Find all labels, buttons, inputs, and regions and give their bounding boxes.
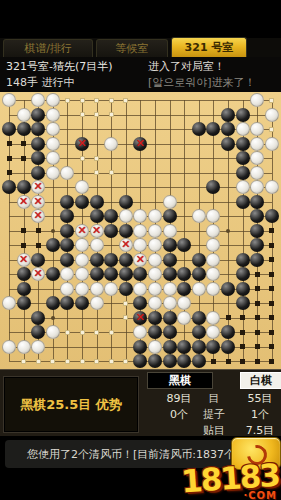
black-territory-marker [255,330,260,335]
black-territory-marker [21,243,26,248]
move-status: 148手 进行中 [6,75,75,90]
logo-com-text: ·COM [243,490,277,500]
black-territory-marker [21,156,26,161]
score-row-labels: 目 提子 贴目 [196,391,232,439]
black-stone [163,238,177,252]
black-stone [221,108,235,122]
white-stone [133,238,147,252]
black-stone [177,354,191,368]
tab-bar: 棋谱/排行 等候室 321 号室 [0,38,281,58]
white-stone [148,224,162,238]
black-stone [17,122,31,136]
white-stone [31,340,45,354]
white-stone [236,180,250,194]
black-stone [236,195,250,209]
black-territory-marker [255,315,260,320]
black-stone [31,108,45,122]
white-territory-marker [109,330,114,335]
black-territory-marker [255,272,260,277]
white-stone [250,151,264,165]
black-stone [221,137,235,151]
black-stone [177,340,191,354]
white-stone [60,166,74,180]
white-territory-marker [123,315,128,320]
white-stone [236,122,250,136]
white-territory-marker [109,359,114,364]
white-territory-marker [269,127,274,132]
white-territory-marker [94,359,99,364]
white-stone [250,166,264,180]
white-stone [46,122,60,136]
black-stone [60,195,74,209]
black-stone [221,325,235,339]
game-info-bar: 321号室-猜先(7目半) 148手 进行中 进入了对局室！ [알으로워야]进来… [0,57,281,92]
white-territory-marker [36,359,41,364]
black-stone [236,282,250,296]
white-stone [133,282,147,296]
white-territory-marker [123,301,128,306]
black-stone [206,340,220,354]
black-stone [236,253,250,267]
white-territory-marker [123,98,128,103]
white-stone [265,180,279,194]
black-stone [104,209,118,223]
black-stone [163,311,177,325]
white-territory-marker [109,170,114,175]
black-stone [60,296,74,310]
white-stone [75,180,89,194]
white-stone [206,282,220,296]
black-stone [119,253,133,267]
black-stone [2,122,16,136]
white-stone [60,267,74,281]
white-territory-marker [80,112,85,117]
white-stone [148,267,162,281]
hoshi-point [226,229,230,233]
white-stone [104,137,118,151]
black-stone [17,296,31,310]
black-territory-marker [255,301,260,306]
black-territory-marker [269,301,274,306]
black-stone [148,325,162,339]
white-stone [206,267,220,281]
white-territory-marker [80,98,85,103]
dead-stone-mark: ✕ [75,137,89,151]
black-header-pill: 黑棋 [147,372,213,389]
black-stone [177,238,191,252]
black-stone [236,151,250,165]
black-territory-marker [269,359,274,364]
white-stone [46,93,60,107]
event-log-line2: [알으로워야]进来了！ [148,75,256,90]
score-panel: 黑棋25.5目 优势 黑棋 白棋 89目 0个 目 提子 贴目 55目 1个 7… [0,369,281,437]
black-stone [236,108,250,122]
white-stone [46,325,60,339]
black-stone [133,340,147,354]
black-territory-marker [269,243,274,248]
white-stone [265,108,279,122]
black-stone [75,195,89,209]
black-stone [90,209,104,223]
black-stone [119,282,133,296]
black-stone [177,267,191,281]
white-stone [60,282,74,296]
tab-kifu-ranking[interactable]: 棋谱/排行 [3,39,93,57]
white-stone [163,195,177,209]
white-territory-marker [94,170,99,175]
black-stone [192,311,206,325]
white-territory-marker [65,98,70,103]
white-territory-marker [80,156,85,161]
black-territory-marker [21,228,26,233]
black-stone [104,224,118,238]
black-stone [192,253,206,267]
black-stone [148,354,162,368]
white-stone [90,238,104,252]
black-stone [31,311,45,325]
dead-stone-mark: ✕ [133,311,147,325]
white-stone [206,209,220,223]
white-stone [2,296,16,310]
black-stone [46,238,60,252]
bottom-bar: 您使用了2个清风币！[目前清风币:1837个] 18183 ·COM [0,436,281,500]
white-territory-marker [21,359,26,364]
black-territory-marker [269,257,274,262]
black-stone [250,238,264,252]
white-stone [90,296,104,310]
white-stone [250,137,264,151]
black-stone [163,354,177,368]
black-stone [236,267,250,281]
black-stone [46,267,60,281]
white-territory-marker [94,112,99,117]
white-territory-marker [80,330,85,335]
black-stone [133,354,147,368]
white-stone [2,340,16,354]
black-stone [2,180,16,194]
dead-stone-mark: ✕ [31,195,45,209]
white-stone [133,209,147,223]
go-board[interactable]: ✕✕✕✕✕✕✕✕✕✕✕✕✕ [0,92,281,369]
black-stone [31,137,45,151]
black-stone [163,209,177,223]
black-stone [104,253,118,267]
black-territory-marker [255,359,260,364]
white-territory-marker [50,359,55,364]
black-stone [31,325,45,339]
black-stone [119,224,133,238]
black-stone [60,224,74,238]
white-stone [75,238,89,252]
white-stone [90,282,104,296]
white-stone [177,296,191,310]
tab-waiting-room[interactable]: 等候室 [96,39,168,57]
black-territory-marker [211,359,216,364]
white-stone [206,325,220,339]
white-stone [206,311,220,325]
white-stone [148,238,162,252]
black-stone [221,122,235,136]
black-stone [17,282,31,296]
black-territory-marker [36,228,41,233]
white-stone [177,311,191,325]
dead-stone-mark: ✕ [90,224,104,238]
white-stone [192,209,206,223]
black-stone [250,195,264,209]
black-stone [206,122,220,136]
white-stone [265,137,279,151]
hoshi-point [51,229,55,233]
site-logo: 18183 ·COM [170,460,281,500]
white-territory-marker [269,98,274,103]
white-stone [75,253,89,267]
white-territory-marker [109,112,114,117]
black-stone [192,267,206,281]
black-stone [236,166,250,180]
white-stone [206,238,220,252]
black-stone [250,253,264,267]
black-stone [192,325,206,339]
black-territory-marker [269,272,274,277]
white-stone [75,267,89,281]
event-log-line1: 进入了对局室！ [148,59,225,74]
dead-stone-mark: ✕ [133,137,147,151]
tab-room-321[interactable]: 321 号室 [171,37,247,57]
white-territory-marker [94,156,99,161]
white-stone [250,122,264,136]
dead-stone-mark: ✕ [31,209,45,223]
white-stone [17,108,31,122]
black-stone [221,340,235,354]
black-stone [17,180,31,194]
black-territory-marker [269,344,274,349]
black-territory-marker [255,344,260,349]
room-title: 321号室-猜先(7目半) [6,59,113,74]
white-score-values: 55目 1个 7.5目 [228,391,281,439]
advantage-box: 黑棋25.5目 优势 [4,377,138,432]
white-territory-marker [65,330,70,335]
black-stone [104,267,118,281]
black-territory-marker [269,228,274,233]
black-territory-marker [7,170,12,175]
black-stone [31,151,45,165]
black-stone [265,209,279,223]
white-territory-marker [123,359,128,364]
white-stone [163,282,177,296]
black-stone [119,195,133,209]
black-territory-marker [240,359,245,364]
white-stone [148,296,162,310]
black-territory-marker [240,315,245,320]
black-stone [60,209,74,223]
black-stone [46,296,60,310]
black-territory-marker [269,315,274,320]
black-territory-marker [240,344,245,349]
black-stone [163,253,177,267]
black-stone [177,282,191,296]
black-stone [148,311,162,325]
black-stone [192,122,206,136]
black-stone [192,340,206,354]
white-territory-marker [65,359,70,364]
black-stone [163,325,177,339]
advantage-text: 黑棋25.5目 优势 [20,396,122,414]
black-stone [250,224,264,238]
white-stone [206,253,220,267]
white-territory-marker [94,330,99,335]
white-stone [148,209,162,223]
black-stone [236,296,250,310]
black-stone [236,137,250,151]
black-stone [163,340,177,354]
black-stone [133,296,147,310]
white-stone [133,224,147,238]
black-territory-marker [226,359,231,364]
black-territory-marker [7,141,12,146]
dead-stone-mark: ✕ [75,224,89,238]
black-stone [221,282,235,296]
white-territory-marker [109,98,114,103]
black-stone [31,166,45,180]
black-stone [133,267,147,281]
white-stone [148,253,162,267]
black-stone [206,180,220,194]
black-territory-marker [36,243,41,248]
black-stone [60,253,74,267]
black-territory-marker [269,286,274,291]
white-stone [119,209,133,223]
white-stone [104,282,118,296]
white-stone [31,93,45,107]
black-territory-marker [269,330,274,335]
white-stone [46,151,60,165]
white-header-pill: 白棋 [240,372,281,389]
white-stone [148,282,162,296]
black-stone [31,122,45,136]
black-stone [163,267,177,281]
black-territory-marker [240,330,245,335]
dead-stone-mark: ✕ [31,267,45,281]
black-stone [31,253,45,267]
dead-stone-mark: ✕ [31,180,45,194]
black-territory-marker [7,156,12,161]
dead-stone-mark: ✕ [119,238,133,252]
black-stone [192,354,206,368]
black-territory-marker [226,315,231,320]
status-bar [0,0,281,38]
black-territory-marker [21,141,26,146]
dead-stone-mark: ✕ [17,195,31,209]
white-stone [133,325,147,339]
black-stone [17,267,31,281]
white-stone [163,296,177,310]
white-territory-marker [94,98,99,103]
dead-stone-mark: ✕ [17,253,31,267]
white-stone [148,340,162,354]
white-stone [17,340,31,354]
black-stone [75,296,89,310]
white-stone [163,224,177,238]
white-stone [46,137,60,151]
white-territory-marker [80,359,85,364]
white-stone [192,282,206,296]
white-stone [206,224,220,238]
black-stone [90,195,104,209]
hoshi-point [51,316,55,320]
black-stone [60,238,74,252]
white-stone [46,108,60,122]
white-stone [46,166,60,180]
white-stone [2,93,16,107]
dead-stone-mark: ✕ [133,253,147,267]
black-stone [250,209,264,223]
black-stone [90,253,104,267]
black-stone [119,267,133,281]
white-stone [250,180,264,194]
black-stone [90,267,104,281]
white-stone [250,93,264,107]
black-territory-marker [255,286,260,291]
white-stone [75,282,89,296]
